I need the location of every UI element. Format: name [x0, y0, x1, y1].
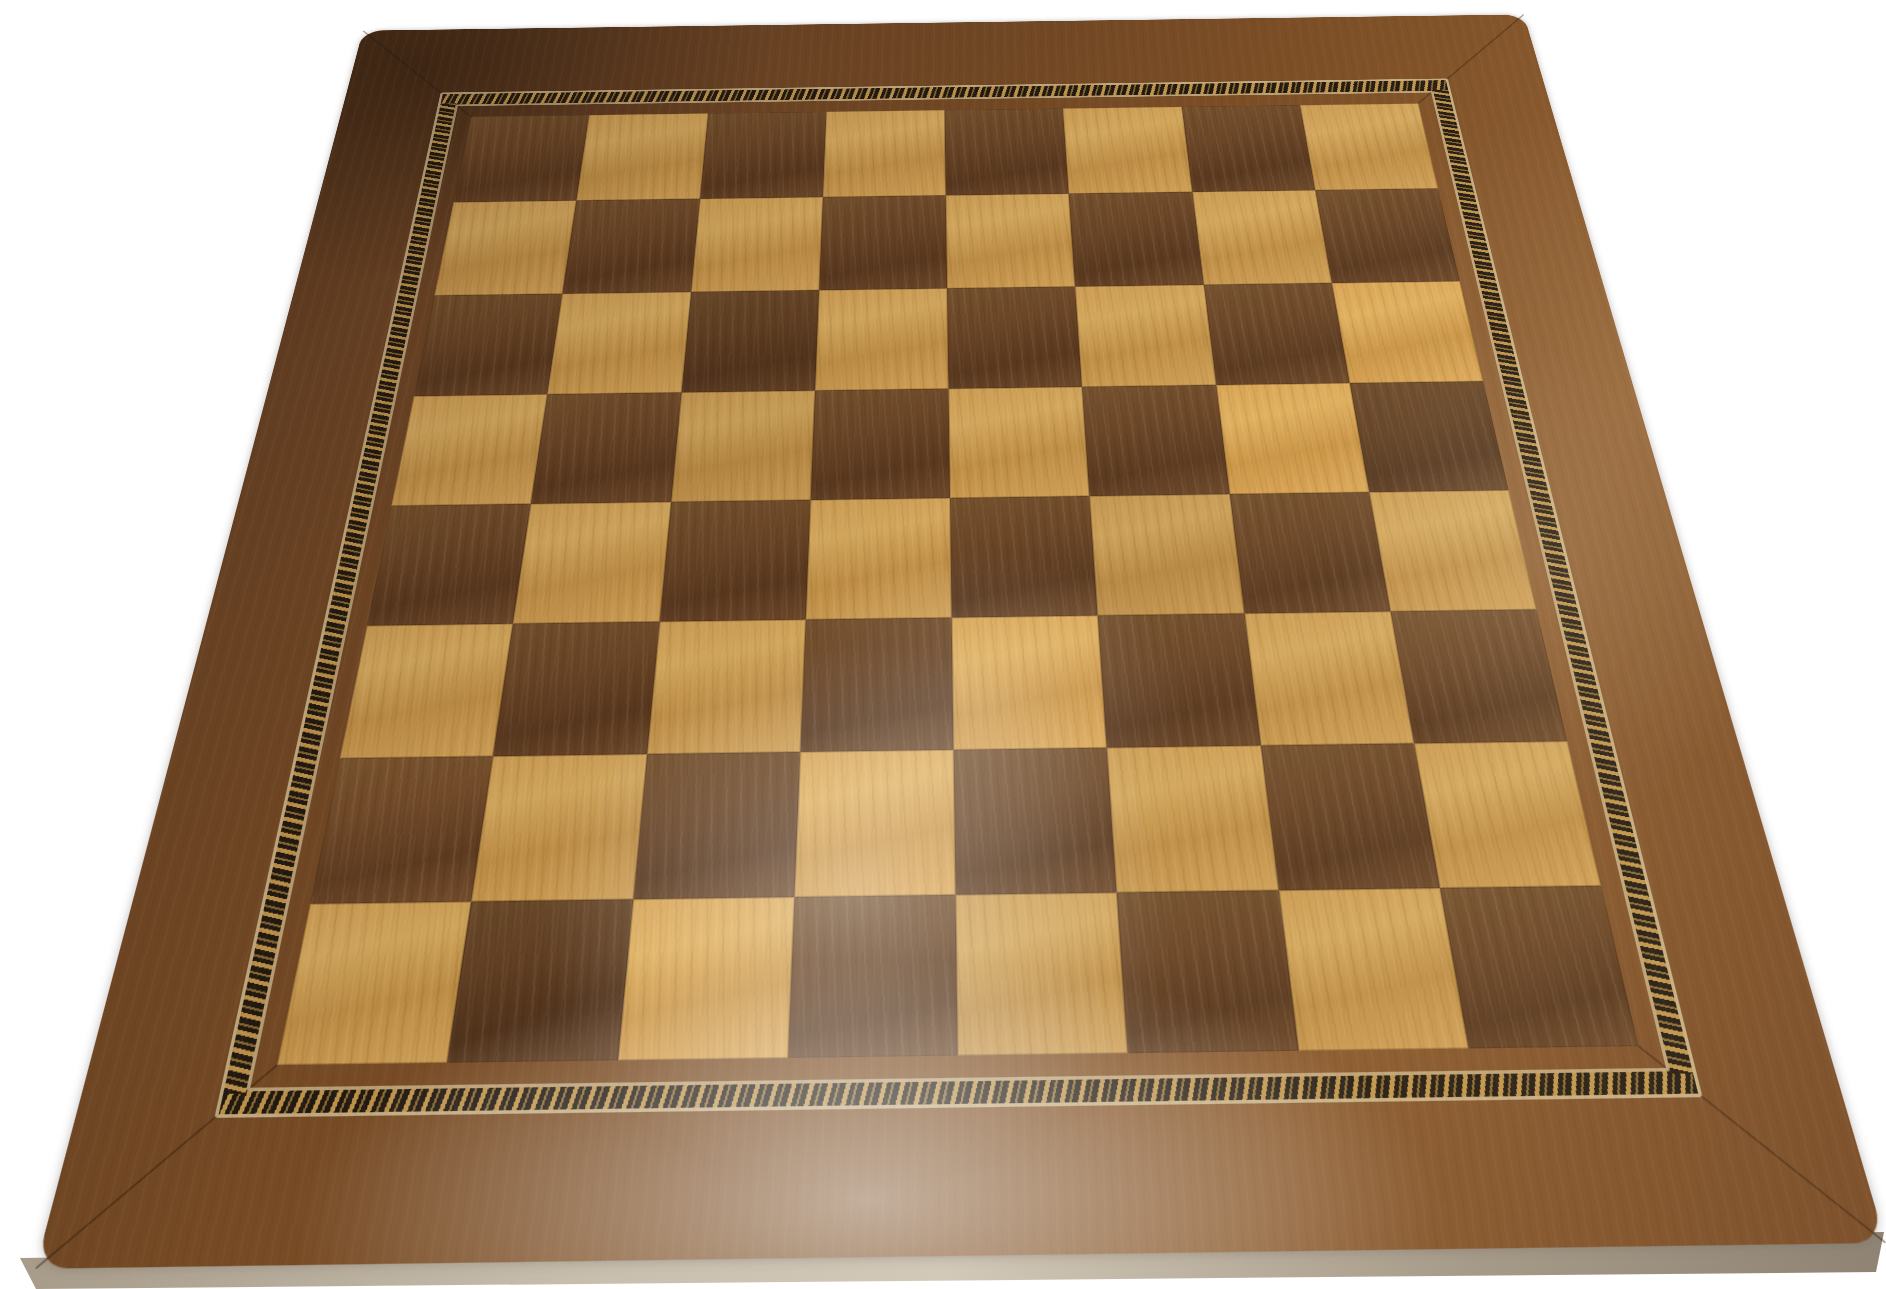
square — [805, 498, 951, 620]
frame-mitre-joint — [35, 1063, 279, 1269]
photo-background — [0, 0, 1886, 1289]
square — [1117, 890, 1298, 1053]
square — [340, 624, 513, 758]
frame-mitre-joint — [1396, 14, 1549, 104]
square — [945, 108, 1069, 195]
square — [815, 288, 949, 390]
square — [1090, 494, 1244, 616]
square — [1098, 614, 1260, 748]
square — [1244, 612, 1414, 745]
square — [1414, 741, 1601, 888]
square — [391, 394, 547, 506]
frame-mitre-joint — [1636, 1041, 1886, 1246]
square — [563, 199, 700, 293]
square — [1216, 383, 1369, 494]
square — [823, 110, 946, 197]
square — [681, 290, 819, 392]
square — [671, 390, 815, 502]
square — [447, 899, 633, 1063]
square — [810, 389, 950, 500]
square — [1260, 743, 1439, 890]
inlay-border-bottom — [219, 1071, 1698, 1114]
square — [1192, 190, 1332, 284]
square — [367, 504, 531, 626]
square — [1300, 103, 1438, 190]
square — [952, 616, 1107, 750]
square — [1349, 381, 1508, 492]
square — [948, 387, 1089, 498]
square — [414, 293, 563, 396]
board-grid — [277, 103, 1638, 1065]
square — [1369, 490, 1537, 611]
square — [633, 751, 800, 899]
square — [659, 500, 810, 622]
square — [531, 392, 681, 504]
square — [947, 286, 1082, 388]
square — [1082, 385, 1229, 496]
square — [788, 895, 958, 1058]
square — [453, 115, 589, 202]
square — [1075, 284, 1216, 386]
square — [1203, 283, 1349, 385]
square — [1278, 888, 1468, 1051]
square — [547, 292, 690, 394]
square — [1440, 886, 1639, 1049]
square — [310, 756, 493, 904]
square — [493, 622, 659, 756]
square — [647, 620, 806, 754]
square — [1107, 745, 1278, 892]
square — [1063, 107, 1192, 194]
square — [950, 496, 1098, 618]
square — [277, 901, 471, 1065]
square — [1229, 492, 1390, 614]
square — [513, 502, 671, 624]
square — [946, 194, 1075, 288]
square — [434, 201, 576, 296]
square — [576, 113, 707, 200]
square — [1315, 189, 1460, 283]
square — [1332, 281, 1484, 383]
square — [700, 112, 827, 199]
square — [1069, 192, 1204, 286]
square — [794, 749, 955, 896]
inlay-border-top — [440, 80, 1448, 105]
square — [800, 618, 953, 752]
square — [691, 197, 823, 291]
frame-mitre-joint — [339, 29, 490, 120]
square — [819, 195, 947, 289]
square — [956, 892, 1128, 1055]
square — [617, 897, 794, 1061]
square — [471, 754, 646, 902]
chessboard — [35, 14, 1885, 1268]
square — [1181, 105, 1315, 192]
square — [1390, 610, 1567, 743]
square — [954, 747, 1117, 894]
